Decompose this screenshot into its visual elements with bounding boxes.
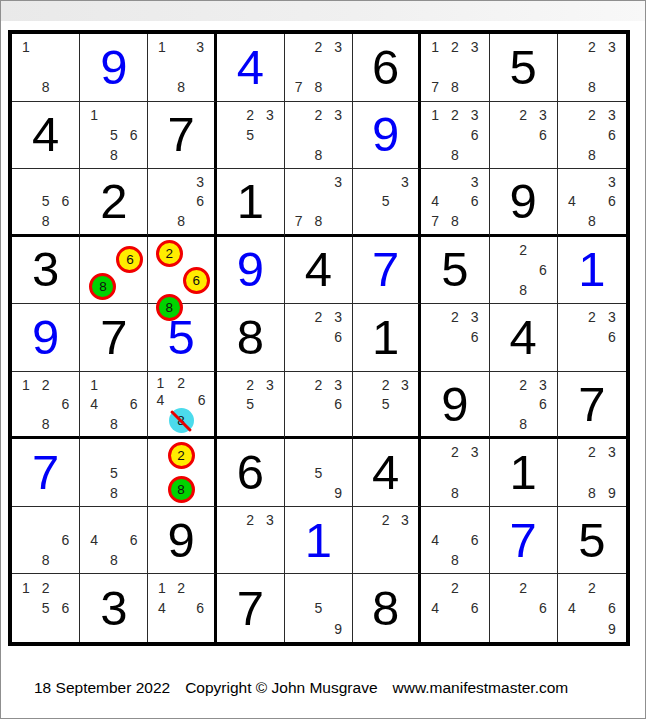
cell-r4c4: 9 — [217, 237, 285, 305]
cell-r8c6: 23 — [353, 507, 421, 575]
cell-r1c1: 18 — [12, 34, 80, 102]
cell-r3c1: 568 — [12, 169, 80, 237]
candidate-1: 1 — [84, 105, 104, 125]
candidate-grid: 236 — [490, 102, 557, 169]
cell-r3c7: 34678 — [421, 169, 489, 237]
given-digit: 2 — [80, 169, 147, 234]
candidate-grid: 268 — [148, 237, 213, 304]
cell-r1c8: 5 — [490, 34, 558, 102]
highlight-green-circle: 8 — [168, 476, 195, 503]
candidate-6: 6 — [191, 598, 210, 619]
highlight-cyan-circle: 8 — [169, 408, 194, 433]
candidate-grid: 468 — [421, 507, 488, 574]
candidate-grid: 1268 — [12, 372, 79, 437]
candidate-7: 7 — [289, 77, 309, 97]
candidate-grid: 1256 — [12, 574, 79, 642]
cell-r8c3: 9 — [148, 507, 216, 575]
candidate-4: 4 — [152, 598, 171, 619]
candidate-2: 2 — [513, 577, 533, 598]
candidate-5: 5 — [36, 192, 56, 212]
candidate-3: 3 — [395, 510, 414, 530]
candidate-grid: 2368 — [558, 102, 626, 169]
candidate-6: 6 — [194, 392, 210, 409]
candidate-8: 8 — [445, 211, 465, 231]
given-digit: 3 — [12, 237, 79, 304]
cell-r8c7: 468 — [421, 507, 489, 575]
cell-r9c2: 3 — [80, 574, 148, 642]
cell-r3c8: 9 — [490, 169, 558, 237]
candidate-2: 2 — [36, 577, 56, 598]
given-digit: 5 — [490, 34, 557, 101]
candidate-6: 6 — [602, 598, 622, 619]
candidate-2: 2 — [445, 307, 465, 327]
candidate-6: 6 — [533, 598, 553, 619]
cell-r9c9: 2469 — [558, 574, 626, 642]
candidate-grid: 18 — [12, 34, 79, 101]
candidate-grid: 59 — [285, 439, 352, 506]
candidate-3: 3 — [465, 172, 485, 192]
candidate-2: 2 — [445, 577, 465, 598]
cell-r3c9: 3468 — [558, 169, 626, 237]
candidate-grid: 238 — [285, 102, 352, 169]
candidate-3: 3 — [602, 37, 622, 57]
candidate-8: 8 — [445, 145, 465, 165]
cell-r4c9: 1 — [558, 237, 626, 305]
candidate-8: 8 — [309, 145, 329, 165]
candidate-2: 2 — [240, 105, 260, 125]
candidate-6: 6 — [533, 260, 553, 280]
candidate-grid: 378 — [285, 169, 352, 234]
candidate-4: 4 — [152, 392, 168, 409]
candidate-6: 6 — [465, 192, 485, 212]
candidate-2: 2 — [309, 37, 329, 57]
cell-r5c2: 7 — [80, 304, 148, 372]
highlight-yellow-circle: 2 — [168, 442, 195, 469]
candidate-8: 8 — [582, 211, 602, 231]
candidate-3: 3 — [328, 172, 348, 192]
candidate-3: 3 — [260, 375, 280, 395]
cell-r8c9: 5 — [558, 507, 626, 575]
given-digit: 3 — [80, 574, 147, 642]
candidate-6: 6 — [465, 327, 485, 347]
candidate-8-highlighted: 8 — [169, 408, 194, 433]
candidate-1: 1 — [425, 37, 445, 57]
cell-r8c5: 1 — [285, 507, 353, 575]
candidate-8: 8 — [36, 211, 56, 231]
given-digit: 4 — [12, 102, 79, 169]
candidate-grid: 236 — [285, 372, 352, 437]
candidate-3: 3 — [602, 442, 622, 462]
candidate-grid: 12468 — [148, 372, 213, 437]
cell-r5c1: 9 — [12, 304, 80, 372]
cell-r5c4: 8 — [217, 304, 285, 372]
cell-r7c4: 6 — [217, 439, 285, 507]
cell-r7c1: 7 — [12, 439, 80, 507]
candidate-grid: 23 — [353, 507, 418, 574]
cell-r4c8: 268 — [490, 237, 558, 305]
cell-r7c3: 28 — [148, 439, 216, 507]
given-digit: 1 — [490, 439, 557, 506]
given-digit: 7 — [148, 102, 213, 169]
cell-r1c2: 9 — [80, 34, 148, 102]
candidate-6: 6 — [602, 192, 622, 212]
candidate-grid: 238 — [558, 34, 626, 101]
candidate-2: 2 — [513, 375, 533, 395]
cell-r4c2: 68 — [80, 237, 148, 305]
solved-digit: 7 — [490, 507, 557, 574]
candidate-8: 8 — [104, 483, 124, 503]
candidate-3: 3 — [191, 37, 210, 57]
cell-r5c8: 4 — [490, 304, 558, 372]
candidate-5: 5 — [240, 125, 260, 145]
candidate-3: 3 — [328, 375, 348, 395]
candidate-4: 4 — [425, 598, 445, 619]
candidate-grid: 26 — [490, 574, 557, 642]
candidate-3: 3 — [260, 510, 280, 530]
candidate-6: 6 — [465, 530, 485, 550]
candidate-grid: 34678 — [421, 169, 488, 234]
candidate-grid: 235 — [217, 372, 284, 437]
candidate-6: 6 — [328, 394, 348, 414]
candidate-3: 3 — [191, 172, 210, 192]
candidate-2: 2 — [445, 105, 465, 125]
candidate-grid: 1568 — [80, 102, 147, 169]
candidate-2: 2 — [376, 375, 395, 395]
candidate-1: 1 — [152, 375, 168, 392]
candidate-4: 4 — [425, 530, 445, 550]
cell-r3c4: 1 — [217, 169, 285, 237]
candidate-1: 1 — [16, 577, 36, 598]
given-digit: 6 — [217, 439, 284, 506]
cell-r7c6: 4 — [353, 439, 421, 507]
candidate-8: 8 — [445, 550, 465, 570]
candidate-grid: 1246 — [148, 574, 213, 642]
candidate-8: 8 — [582, 483, 602, 503]
candidate-8-highlighted: 8 — [168, 476, 195, 503]
candidate-2: 2 — [513, 240, 533, 260]
candidate-8: 8 — [582, 77, 602, 97]
cell-r8c1: 68 — [12, 507, 80, 575]
candidate-2: 2 — [376, 510, 395, 530]
candidate-grid: 68 — [12, 507, 79, 574]
candidate-grid: 12378 — [421, 34, 488, 101]
cell-r9c7: 246 — [421, 574, 489, 642]
cell-r3c2: 2 — [80, 169, 148, 237]
cell-r7c7: 238 — [421, 439, 489, 507]
candidate-2: 2 — [582, 105, 602, 125]
candidate-grid: 246 — [421, 574, 488, 642]
cell-r7c2: 58 — [80, 439, 148, 507]
cell-r6c6: 235 — [353, 372, 421, 440]
candidate-2: 2 — [445, 442, 465, 462]
cell-r2c8: 236 — [490, 102, 558, 170]
candidate-2: 2 — [240, 510, 260, 530]
cell-r6c9: 7 — [558, 372, 626, 440]
cell-r9c8: 26 — [490, 574, 558, 642]
candidate-grid: 68 — [80, 237, 147, 304]
highlight-green-circle: 8 — [156, 294, 183, 321]
candidate-2: 2 — [36, 375, 56, 395]
elimination-slash — [170, 410, 192, 432]
candidate-5: 5 — [104, 125, 124, 145]
cell-r4c7: 5 — [421, 237, 489, 305]
footer-website: www.manifestmaster.com — [393, 679, 569, 697]
cell-r5c5: 236 — [285, 304, 353, 372]
candidate-6: 6 — [602, 327, 622, 347]
given-digit: 1 — [353, 304, 418, 371]
candidate-3: 3 — [465, 37, 485, 57]
candidate-3: 3 — [260, 105, 280, 125]
candidate-grid: 268 — [490, 237, 557, 304]
given-digit: 6 — [353, 34, 418, 101]
candidate-9: 9 — [602, 618, 622, 639]
candidate-3: 3 — [602, 105, 622, 125]
cell-r3c5: 378 — [285, 169, 353, 237]
candidate-grid: 236 — [285, 304, 352, 371]
cell-r7c9: 2389 — [558, 439, 626, 507]
solved-digit: 9 — [353, 102, 418, 169]
candidate-5: 5 — [376, 394, 395, 414]
cell-r8c4: 23 — [217, 507, 285, 575]
candidate-6: 6 — [191, 192, 210, 212]
cell-r2c7: 12368 — [421, 102, 489, 170]
cell-r6c2: 1468 — [80, 372, 148, 440]
cell-r5c6: 1 — [353, 304, 421, 372]
candidate-2: 2 — [582, 577, 602, 598]
cell-r2c4: 235 — [217, 102, 285, 170]
candidate-2: 2 — [582, 307, 602, 327]
page: 1891384237861237852384156872352389123682… — [0, 0, 650, 720]
candidate-6: 6 — [465, 598, 485, 619]
solved-digit: 9 — [217, 237, 284, 304]
candidate-3: 3 — [602, 307, 622, 327]
candidate-2: 2 — [513, 105, 533, 125]
candidate-6: 6 — [55, 394, 75, 414]
candidate-7: 7 — [425, 211, 445, 231]
cell-r2c3: 7 — [148, 102, 216, 170]
cell-r2c1: 4 — [12, 102, 80, 170]
candidate-8: 8 — [513, 280, 533, 300]
cell-r3c6: 35 — [353, 169, 421, 237]
candidate-2: 2 — [169, 375, 194, 392]
given-digit: 5 — [558, 507, 626, 574]
candidate-7: 7 — [425, 77, 445, 97]
candidate-8-highlighted: 8 — [156, 294, 183, 321]
given-digit: 8 — [217, 304, 284, 371]
candidate-6: 6 — [465, 125, 485, 145]
candidate-grid: 28 — [148, 439, 213, 506]
candidate-1: 1 — [152, 577, 171, 598]
cell-r4c6: 7 — [353, 237, 421, 305]
candidate-8: 8 — [309, 77, 329, 97]
candidate-6-highlighted: 6 — [116, 246, 143, 273]
candidate-3: 3 — [395, 172, 414, 192]
candidate-9: 9 — [328, 483, 348, 503]
cell-r9c4: 7 — [217, 574, 285, 642]
candidate-2: 2 — [582, 37, 602, 57]
candidate-1: 1 — [425, 105, 445, 125]
candidate-8: 8 — [104, 550, 124, 570]
footer-copyright: Copyright © John Musgrave — [185, 679, 377, 697]
cell-r3c3: 368 — [148, 169, 216, 237]
candidate-4: 4 — [425, 192, 445, 212]
candidate-2: 2 — [309, 307, 329, 327]
candidate-3: 3 — [328, 37, 348, 57]
candidate-grid: 235 — [217, 102, 284, 169]
header-band — [1, 1, 645, 21]
solved-digit: 4 — [217, 34, 284, 101]
cell-r9c3: 1246 — [148, 574, 216, 642]
candidate-6: 6 — [602, 125, 622, 145]
candidate-8: 8 — [104, 145, 124, 165]
solved-digit: 9 — [12, 304, 79, 371]
candidate-5: 5 — [104, 463, 124, 483]
candidate-grid: 2469 — [558, 574, 626, 642]
cell-r5c9: 236 — [558, 304, 626, 372]
candidate-2: 2 — [582, 442, 602, 462]
candidate-2: 2 — [309, 105, 329, 125]
candidate-6: 6 — [328, 327, 348, 347]
candidate-grid: 12368 — [421, 102, 488, 169]
given-digit: 8 — [353, 574, 418, 642]
given-digit: 7 — [80, 304, 147, 371]
given-digit: 4 — [490, 304, 557, 371]
cell-r8c8: 7 — [490, 507, 558, 575]
candidate-3: 3 — [465, 307, 485, 327]
given-digit: 9 — [148, 507, 213, 574]
candidate-8: 8 — [36, 550, 56, 570]
candidate-1: 1 — [16, 375, 36, 395]
candidate-5: 5 — [376, 192, 395, 212]
cell-r1c4: 4 — [217, 34, 285, 102]
footer: 18 September 2022 Copyright © John Musgr… — [34, 679, 568, 697]
candidate-8: 8 — [36, 414, 56, 434]
candidate-2: 2 — [445, 37, 465, 57]
candidate-8: 8 — [513, 414, 533, 434]
candidate-grid: 35 — [353, 169, 418, 234]
candidate-6: 6 — [124, 125, 144, 145]
given-digit: 9 — [421, 372, 488, 437]
cell-r6c8: 2368 — [490, 372, 558, 440]
candidate-8: 8 — [172, 211, 191, 231]
footer-date: 18 September 2022 — [34, 679, 170, 697]
candidate-4: 4 — [84, 394, 104, 414]
candidate-3: 3 — [465, 442, 485, 462]
candidate-7: 7 — [289, 211, 309, 231]
candidate-8: 8 — [309, 211, 329, 231]
candidate-3: 3 — [328, 105, 348, 125]
cell-r9c1: 1256 — [12, 574, 80, 642]
cell-r4c1: 3 — [12, 237, 80, 305]
cell-r7c8: 1 — [490, 439, 558, 507]
given-digit: 9 — [490, 169, 557, 234]
given-digit: 1 — [217, 169, 284, 234]
candidate-2-highlighted: 2 — [168, 442, 195, 469]
candidate-grid: 236 — [421, 304, 488, 371]
given-digit: 7 — [558, 372, 626, 437]
cell-r2c5: 238 — [285, 102, 353, 170]
cell-r6c4: 235 — [217, 372, 285, 440]
cell-r6c1: 1268 — [12, 372, 80, 440]
candidate-3: 3 — [395, 375, 414, 395]
candidate-1: 1 — [16, 37, 36, 57]
cell-r2c2: 1568 — [80, 102, 148, 170]
given-digit: 4 — [285, 237, 352, 304]
cell-r5c7: 236 — [421, 304, 489, 372]
solved-digit: 1 — [285, 507, 352, 574]
candidate-5: 5 — [240, 394, 260, 414]
candidate-4: 4 — [562, 598, 582, 619]
given-digit: 4 — [353, 439, 418, 506]
candidate-grid: 23 — [217, 507, 284, 574]
candidate-8: 8 — [445, 77, 465, 97]
candidate-8: 8 — [36, 77, 56, 97]
cell-r1c7: 12378 — [421, 34, 489, 102]
candidate-2: 2 — [240, 375, 260, 395]
candidate-9: 9 — [602, 483, 622, 503]
candidate-8-highlighted: 8 — [89, 273, 116, 300]
highlight-yellow-circle: 6 — [183, 267, 210, 294]
candidate-2: 2 — [309, 375, 329, 395]
cell-r6c3: 12468 — [148, 372, 216, 440]
candidate-6: 6 — [533, 125, 553, 145]
candidate-grid: 59 — [285, 574, 352, 642]
highlight-green-circle: 8 — [89, 273, 116, 300]
candidate-3: 3 — [602, 172, 622, 192]
sudoku-board: 1891384237861237852384156872352389123682… — [8, 30, 630, 646]
candidate-9: 9 — [328, 618, 348, 639]
cell-r2c6: 9 — [353, 102, 421, 170]
cell-r4c3: 268 — [148, 237, 216, 305]
cell-r2c9: 2368 — [558, 102, 626, 170]
cell-r1c6: 6 — [353, 34, 421, 102]
candidate-grid: 238 — [421, 439, 488, 506]
cell-r6c7: 9 — [421, 372, 489, 440]
candidate-grid: 368 — [148, 169, 213, 234]
cell-r1c3: 138 — [148, 34, 216, 102]
cell-r6c5: 236 — [285, 372, 353, 440]
candidate-1: 1 — [84, 375, 104, 395]
candidate-6: 6 — [124, 394, 144, 414]
candidate-2-highlighted: 2 — [156, 240, 183, 267]
candidate-4: 4 — [562, 192, 582, 212]
cell-r4c5: 4 — [285, 237, 353, 305]
cell-r8c2: 468 — [80, 507, 148, 575]
candidate-6: 6 — [55, 598, 75, 619]
solved-digit: 1 — [558, 237, 626, 304]
given-digit: 7 — [217, 574, 284, 642]
candidate-8: 8 — [104, 414, 124, 434]
candidate-1: 1 — [152, 37, 171, 57]
candidate-grid: 138 — [148, 34, 213, 101]
candidate-8: 8 — [445, 483, 465, 503]
candidate-5: 5 — [309, 598, 329, 619]
solved-digit: 9 — [80, 34, 147, 101]
candidate-3: 3 — [533, 375, 553, 395]
candidate-3: 3 — [533, 105, 553, 125]
cell-r1c5: 2378 — [285, 34, 353, 102]
candidate-4: 4 — [84, 530, 104, 550]
given-digit: 5 — [421, 237, 488, 304]
candidate-grid: 235 — [353, 372, 418, 437]
candidate-grid: 2378 — [285, 34, 352, 101]
candidate-2: 2 — [172, 577, 191, 598]
candidate-grid: 2389 — [558, 439, 626, 506]
candidate-6: 6 — [55, 530, 75, 550]
candidate-8: 8 — [172, 77, 191, 97]
solved-digit: 7 — [353, 237, 418, 304]
cell-r9c6: 8 — [353, 574, 421, 642]
